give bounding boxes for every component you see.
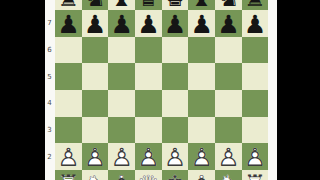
square-h5[interactable] — [242, 63, 269, 90]
square-c8[interactable]: ♝ — [108, 0, 135, 10]
white-piece-outline: ♙ — [188, 144, 215, 171]
rank-label-7: 7 — [44, 18, 55, 28]
square-d1[interactable]: ♛♕ — [135, 170, 162, 180]
piece-white-pawn-icon[interactable]: ♟♙ — [162, 143, 189, 170]
piece-black-bishop-icon[interactable]: ♝ — [188, 0, 215, 10]
white-piece-outline: ♖ — [242, 171, 269, 180]
white-piece-outline: ♙ — [162, 144, 189, 171]
white-piece-outline: ♗ — [188, 171, 215, 180]
piece-white-rook-icon[interactable]: ♜♖ — [55, 170, 82, 180]
piece-white-pawn-icon[interactable]: ♟♙ — [188, 143, 215, 170]
piece-white-pawn-icon[interactable]: ♟♙ — [55, 143, 82, 170]
rank-label-6: 6 — [44, 45, 55, 55]
white-piece-outline: ♙ — [215, 144, 242, 171]
piece-black-pawn-icon[interactable]: ♟ — [108, 10, 135, 37]
square-a5[interactable] — [55, 63, 82, 90]
square-f1[interactable]: ♝♗ — [188, 170, 215, 180]
rank-label-2: 2 — [44, 152, 55, 162]
square-h1[interactable]: ♜♖ — [242, 170, 269, 180]
piece-white-queen-icon[interactable]: ♛♕ — [135, 170, 162, 180]
piece-black-pawn-icon[interactable]: ♟ — [55, 10, 82, 37]
square-c4[interactable] — [108, 90, 135, 117]
black-piece-fill: ♟ — [215, 10, 242, 37]
square-e3[interactable] — [162, 117, 189, 144]
square-b3[interactable] — [82, 117, 109, 144]
square-a7[interactable]: ♟ — [55, 10, 82, 37]
piece-white-bishop-icon[interactable]: ♝♗ — [108, 170, 135, 180]
square-h4[interactable] — [242, 90, 269, 117]
piece-white-pawn-icon[interactable]: ♟♙ — [135, 143, 162, 170]
piece-black-rook-icon[interactable]: ♜ — [55, 0, 82, 10]
piece-black-bishop-icon[interactable]: ♝ — [108, 0, 135, 10]
piece-black-knight-icon[interactable]: ♞ — [82, 0, 109, 10]
square-a8[interactable]: ♜ — [55, 0, 82, 10]
square-f8[interactable]: ♝ — [188, 0, 215, 10]
black-piece-fill: ♟ — [82, 10, 109, 37]
square-c5[interactable] — [108, 63, 135, 90]
square-e5[interactable] — [162, 63, 189, 90]
video-frame: ♜♞♝♛♚♝♞♜♟♟♟♟♟♟♟♟♟♙♟♙♟♙♟♙♟♙♟♙♟♙♟♙♜♖♞♘♝♗♛♕… — [0, 0, 320, 180]
square-b4[interactable] — [82, 90, 109, 117]
white-piece-outline: ♘ — [215, 171, 242, 180]
piece-white-rook-icon[interactable]: ♜♖ — [242, 170, 269, 180]
square-f5[interactable] — [188, 63, 215, 90]
piece-white-pawn-icon[interactable]: ♟♙ — [215, 143, 242, 170]
square-d3[interactable] — [135, 117, 162, 144]
square-g8[interactable]: ♞ — [215, 0, 242, 10]
square-b6[interactable] — [82, 37, 109, 64]
piece-white-pawn-icon[interactable]: ♟♙ — [82, 143, 109, 170]
square-b2[interactable]: ♟♙ — [82, 143, 109, 170]
piece-black-king-icon[interactable]: ♚ — [162, 0, 189, 10]
square-e2[interactable]: ♟♙ — [162, 143, 189, 170]
square-g5[interactable] — [215, 63, 242, 90]
square-a6[interactable] — [55, 37, 82, 64]
square-d8[interactable]: ♛ — [135, 0, 162, 10]
square-h7[interactable]: ♟ — [242, 10, 269, 37]
square-b1[interactable]: ♞♘ — [82, 170, 109, 180]
square-b7[interactable]: ♟ — [82, 10, 109, 37]
white-piece-outline: ♙ — [55, 144, 82, 171]
black-piece-fill: ♟ — [162, 10, 189, 37]
rank-label-4: 4 — [44, 98, 55, 108]
square-h3[interactable] — [242, 117, 269, 144]
square-e4[interactable] — [162, 90, 189, 117]
square-h2[interactable]: ♟♙ — [242, 143, 269, 170]
piece-black-pawn-icon[interactable]: ♟ — [135, 10, 162, 37]
square-c7[interactable]: ♟ — [108, 10, 135, 37]
piece-white-knight-icon[interactable]: ♞♘ — [215, 170, 242, 180]
square-g6[interactable] — [215, 37, 242, 64]
black-piece-fill: ♟ — [242, 10, 269, 37]
piece-white-pawn-icon[interactable]: ♟♙ — [108, 143, 135, 170]
square-c6[interactable] — [108, 37, 135, 64]
square-g7[interactable]: ♟ — [215, 10, 242, 37]
square-f6[interactable] — [188, 37, 215, 64]
white-piece-outline: ♙ — [242, 144, 269, 171]
square-a3[interactable] — [55, 117, 82, 144]
square-d5[interactable] — [135, 63, 162, 90]
square-c1[interactable]: ♝♗ — [108, 170, 135, 180]
piece-black-queen-icon[interactable]: ♛ — [135, 0, 162, 10]
chess-board[interactable]: ♜♞♝♛♚♝♞♜♟♟♟♟♟♟♟♟♟♙♟♙♟♙♟♙♟♙♟♙♟♙♟♙♜♖♞♘♝♗♛♕… — [55, 0, 268, 180]
square-f7[interactable]: ♟ — [188, 10, 215, 37]
piece-black-pawn-icon[interactable]: ♟ — [188, 10, 215, 37]
square-d6[interactable] — [135, 37, 162, 64]
square-e8[interactable]: ♚ — [162, 0, 189, 10]
square-f4[interactable] — [188, 90, 215, 117]
square-a4[interactable] — [55, 90, 82, 117]
piece-black-pawn-icon[interactable]: ♟ — [215, 10, 242, 37]
square-g4[interactable] — [215, 90, 242, 117]
rank-label-5: 5 — [44, 72, 55, 82]
white-piece-outline: ♙ — [82, 144, 109, 171]
black-piece-fill: ♟ — [188, 10, 215, 37]
piece-black-pawn-icon[interactable]: ♟ — [162, 10, 189, 37]
white-piece-outline: ♔ — [162, 171, 189, 180]
piece-black-pawn-icon[interactable]: ♟ — [242, 10, 269, 37]
square-f3[interactable] — [188, 117, 215, 144]
square-h8[interactable]: ♜ — [242, 0, 269, 10]
square-g3[interactable] — [215, 117, 242, 144]
piece-white-king-icon[interactable]: ♚♔ — [162, 170, 189, 180]
square-g1[interactable]: ♞♘ — [215, 170, 242, 180]
white-piece-outline: ♙ — [108, 144, 135, 171]
rank-label-3: 3 — [44, 125, 55, 135]
square-b8[interactable]: ♞ — [82, 0, 109, 10]
white-piece-outline: ♗ — [108, 171, 135, 180]
square-g2[interactable]: ♟♙ — [215, 143, 242, 170]
white-piece-outline: ♙ — [135, 144, 162, 171]
square-c2[interactable]: ♟♙ — [108, 143, 135, 170]
piece-white-knight-icon[interactable]: ♞♘ — [82, 170, 109, 180]
square-c3[interactable] — [108, 117, 135, 144]
square-d2[interactable]: ♟♙ — [135, 143, 162, 170]
piece-black-rook-icon[interactable]: ♜ — [242, 0, 269, 10]
square-b5[interactable] — [82, 63, 109, 90]
square-e6[interactable] — [162, 37, 189, 64]
piece-white-bishop-icon[interactable]: ♝♗ — [188, 170, 215, 180]
square-e7[interactable]: ♟ — [162, 10, 189, 37]
white-piece-outline: ♘ — [82, 171, 109, 180]
square-d7[interactable]: ♟ — [135, 10, 162, 37]
piece-black-knight-icon[interactable]: ♞ — [215, 0, 242, 10]
piece-white-pawn-icon[interactable]: ♟♙ — [242, 143, 269, 170]
white-piece-outline: ♖ — [55, 171, 82, 180]
square-e1[interactable]: ♚♔ — [162, 170, 189, 180]
white-piece-outline: ♕ — [135, 171, 162, 180]
black-piece-fill: ♟ — [135, 10, 162, 37]
black-piece-fill: ♟ — [108, 10, 135, 37]
square-f2[interactable]: ♟♙ — [188, 143, 215, 170]
square-d4[interactable] — [135, 90, 162, 117]
square-a1[interactable]: ♜♖ — [55, 170, 82, 180]
square-h6[interactable] — [242, 37, 269, 64]
square-a2[interactable]: ♟♙ — [55, 143, 82, 170]
black-piece-fill: ♟ — [55, 10, 82, 37]
piece-black-pawn-icon[interactable]: ♟ — [82, 10, 109, 37]
